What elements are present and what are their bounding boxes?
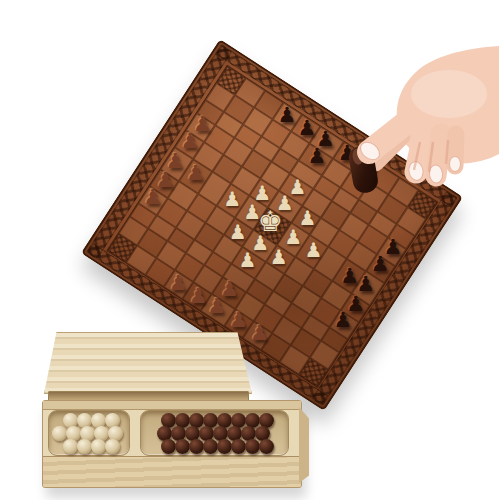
attacker-piece-f1[interactable]: ♟ [207,296,226,317]
defender-piece-d6[interactable]: ♟ [223,189,241,209]
box-lid [44,332,252,394]
attacker-piece-g1[interactable]: ♟ [229,310,248,331]
hand-placing-piece [316,44,500,216]
palm-highlight [411,70,487,118]
pinky-fingernail [450,157,461,172]
attacker-piece-a4[interactable]: ♟ [143,187,162,208]
stored-light-piece[interactable] [52,426,67,441]
stored-dark-piece[interactable] [161,439,176,454]
attacker-piece-d11[interactable]: ♟ [277,105,296,126]
stored-dark-piece[interactable] [203,439,218,454]
dark-pieces-tray [140,410,289,456]
box-back-rim [43,401,301,410]
box-side-face [299,407,309,483]
light-pieces-tray [48,410,130,456]
stored-dark-piece[interactable] [259,439,274,454]
attacker-piece-e11[interactable]: ♟ [297,118,316,139]
defender-piece-g6[interactable]: ♟ [284,227,302,247]
box-base [42,400,302,488]
stored-dark-piece[interactable] [175,439,190,454]
attacker-piece-e1[interactable]: ♟ [189,286,208,307]
stored-light-piece[interactable] [77,439,92,454]
defender-piece-f4[interactable]: ♟ [239,249,257,269]
stored-dark-piece[interactable] [189,439,204,454]
defender-piece-e5[interactable]: ♟ [229,222,247,242]
stored-dark-piece[interactable] [217,439,232,454]
defender-piece-g5[interactable]: ♟ [270,246,288,266]
stored-light-piece[interactable] [63,439,78,454]
box-front-face [43,456,301,487]
wooden-storage-box [40,330,302,488]
stored-dark-piece[interactable] [231,439,246,454]
stored-light-piece[interactable] [91,439,106,454]
defender-piece-h6[interactable]: ♟ [304,240,322,260]
piece-trays [48,410,289,456]
stored-dark-piece[interactable] [245,439,260,454]
product-photo-scene: ♟♟♟♟♟♟♟♟♟♟♟♟♟♟♟♟♟♟♚♟♟♟♟♟♟♟♟♟♟♟♟♟♟♟♟♟♟ [0,0,500,500]
attacker-piece-k4[interactable]: ♟ [334,311,353,332]
attacker-piece-b6[interactable]: ♟ [186,163,205,184]
stored-light-piece[interactable] [105,439,120,454]
attacker-piece-d1[interactable]: ♟ [168,273,187,294]
